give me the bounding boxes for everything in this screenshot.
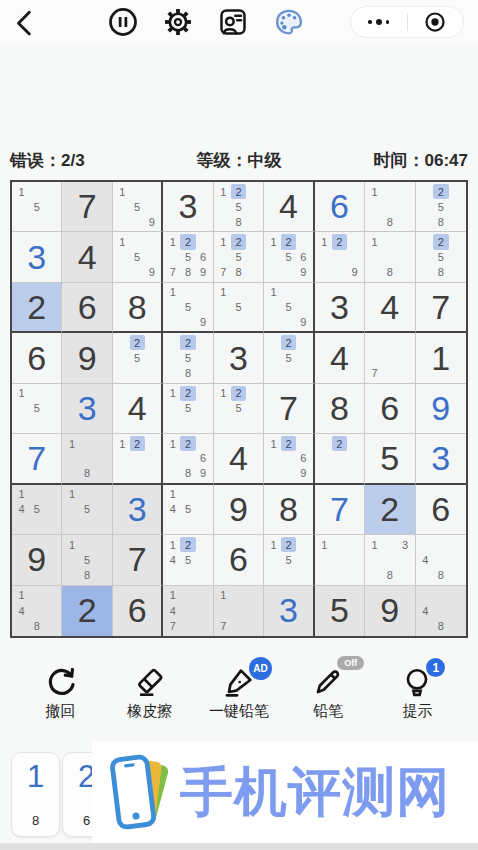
pencil-mark-8: 8 bbox=[433, 265, 448, 280]
given-digit: 3 bbox=[214, 333, 263, 382]
cell-r7c1[interactable]: 145 bbox=[12, 485, 62, 535]
pencil-mark-5: 5 bbox=[130, 199, 145, 214]
pencil-marks: 15 bbox=[64, 487, 109, 532]
pencil-mark-1: 1 bbox=[165, 285, 180, 300]
cell-r6c7[interactable]: 2 bbox=[315, 434, 365, 484]
given-digit: 6 bbox=[62, 283, 111, 331]
cell-r7c8[interactable]: 2 bbox=[365, 485, 415, 535]
given-digit: 1 bbox=[416, 333, 466, 382]
pencil-marks: 48 bbox=[418, 537, 464, 582]
given-digit: 4 bbox=[365, 283, 414, 331]
pencil-mark-5: 5 bbox=[231, 401, 246, 416]
cell-r8c8[interactable]: 138 bbox=[365, 535, 415, 585]
cell-r9c2[interactable]: 2 bbox=[62, 586, 112, 636]
pencil-mark-1: 1 bbox=[216, 184, 231, 199]
cell-r3c9[interactable]: 7 bbox=[416, 283, 466, 333]
given-digit: 6 bbox=[113, 586, 161, 636]
cell-r9c1[interactable]: 148 bbox=[12, 586, 62, 636]
pencil-mark-8: 8 bbox=[382, 265, 397, 280]
pencil-mark-5: 5 bbox=[281, 350, 296, 365]
cell-r8c2[interactable]: 158 bbox=[62, 535, 112, 585]
pencil-marks: 258 bbox=[165, 335, 210, 380]
given-digit: 4 bbox=[214, 434, 263, 482]
top-nav-bar bbox=[0, 0, 478, 46]
given-digit: 4 bbox=[62, 232, 111, 281]
pencil-mark-2: 2 bbox=[281, 335, 296, 350]
pencil-mark-1: 1 bbox=[266, 285, 281, 300]
pencil-mark-2: 2 bbox=[130, 335, 145, 350]
pencil-marks: 25 bbox=[266, 335, 310, 380]
pencil-mark-5: 5 bbox=[29, 199, 44, 214]
errors-status: 错误：2/3 bbox=[10, 149, 163, 172]
cell-r3c4[interactable]: 159 bbox=[163, 283, 213, 333]
cell-r4c1[interactable]: 6 bbox=[12, 333, 62, 383]
hint-count-badge: 1 bbox=[426, 658, 445, 677]
pause-icon bbox=[108, 7, 138, 37]
pencil-mark-2: 2 bbox=[180, 436, 195, 451]
cell-r8c1[interactable]: 9 bbox=[12, 535, 62, 585]
pencil-marks: 1 bbox=[317, 537, 362, 582]
sudoku-board: 1571593125846182583415912567891257812569… bbox=[10, 180, 468, 638]
given-digit: 5 bbox=[365, 434, 414, 482]
pencil-marks: 1256789 bbox=[165, 234, 210, 279]
gear-icon bbox=[163, 7, 193, 37]
pencil-mark-2: 2 bbox=[180, 335, 195, 350]
pencil-mark-4: 4 bbox=[14, 603, 29, 618]
cell-r5c5[interactable]: 125 bbox=[214, 384, 264, 434]
pencil-mark-1: 1 bbox=[367, 184, 382, 199]
cell-r2c8[interactable]: 18 bbox=[365, 232, 415, 282]
cell-r2c5[interactable]: 12578 bbox=[214, 232, 264, 282]
cell-r9c4[interactable]: 147 bbox=[163, 586, 213, 636]
pencil-mark-5: 5 bbox=[231, 300, 246, 315]
given-digit: 6 bbox=[214, 535, 263, 584]
cell-r9c9[interactable]: 48 bbox=[416, 586, 466, 636]
pencil-mark-2: 2 bbox=[281, 436, 296, 451]
given-digit: 4 bbox=[264, 182, 312, 231]
pencil-marks: 15 bbox=[14, 386, 59, 431]
pencil-mark-1: 1 bbox=[216, 386, 231, 401]
pencil-marks: 18 bbox=[64, 436, 109, 480]
pencil-mark-1: 1 bbox=[266, 234, 281, 249]
pencil-icon bbox=[312, 666, 344, 698]
cell-r6c1[interactable]: 7 bbox=[12, 434, 62, 484]
pencil-mark-5: 5 bbox=[180, 552, 195, 567]
pencil-mark-5: 5 bbox=[180, 300, 195, 315]
user-digit: 7 bbox=[315, 485, 364, 534]
pencil-mark-5: 5 bbox=[281, 300, 296, 315]
cell-r3c1[interactable]: 2 bbox=[12, 283, 62, 333]
numpad-button-1[interactable]: 18 bbox=[11, 752, 60, 837]
cell-r3c3[interactable]: 8 bbox=[113, 283, 163, 333]
cell-r5c1[interactable]: 15 bbox=[12, 384, 62, 434]
user-digit: 3 bbox=[264, 586, 312, 636]
cell-r6c8[interactable]: 5 bbox=[365, 434, 415, 484]
pencil-label: 铅笔 bbox=[313, 702, 343, 721]
cell-r4c3[interactable]: 25 bbox=[113, 333, 163, 383]
given-digit: 7 bbox=[113, 535, 161, 584]
undo-label: 撤回 bbox=[46, 702, 76, 721]
cell-r7c9[interactable]: 6 bbox=[416, 485, 466, 535]
pencil-mark-5: 5 bbox=[180, 350, 195, 365]
pencil-mark-8: 8 bbox=[180, 366, 195, 381]
cell-r8c3[interactable]: 7 bbox=[113, 535, 163, 585]
numpad-remaining-count: 6 bbox=[83, 813, 90, 828]
cell-r5c9[interactable]: 9 bbox=[416, 384, 466, 434]
pencil-mark-2: 2 bbox=[180, 234, 195, 249]
close-button[interactable] bbox=[408, 7, 464, 37]
pencil-mark-8: 8 bbox=[80, 567, 95, 582]
pencil-mark-1: 1 bbox=[64, 487, 79, 502]
pencil-mark-7: 7 bbox=[216, 265, 231, 280]
pencil-mark-1: 1 bbox=[14, 184, 29, 199]
cell-r1c6[interactable]: 4 bbox=[264, 182, 314, 232]
given-digit: 6 bbox=[12, 333, 61, 382]
pencil-mark-9: 9 bbox=[296, 466, 311, 481]
pencil-mark-8: 8 bbox=[382, 567, 397, 582]
cell-r3c7[interactable]: 3 bbox=[315, 283, 365, 333]
pencil-marks: 12 bbox=[115, 436, 159, 480]
settings-button[interactable] bbox=[163, 7, 193, 37]
given-digit: 7 bbox=[264, 384, 312, 433]
pencil-mark-1: 1 bbox=[317, 234, 332, 249]
pencil-marks: 159 bbox=[115, 234, 159, 279]
pencil-mark-7: 7 bbox=[216, 619, 231, 634]
pencil-mark-1: 1 bbox=[115, 184, 130, 199]
pencil-mark-2: 2 bbox=[180, 537, 195, 552]
pencil-mark-2: 2 bbox=[130, 436, 145, 451]
pencil-marks: 1245 bbox=[165, 537, 210, 582]
pencil-marks: 18 bbox=[367, 234, 412, 279]
pencil-mark-8: 8 bbox=[382, 214, 397, 229]
pencil-mark-1: 1 bbox=[216, 285, 231, 300]
pencil-mark-9: 9 bbox=[196, 466, 211, 481]
more-dots-icon bbox=[368, 19, 389, 25]
bottom-strip bbox=[0, 843, 478, 850]
pencil-mark-5: 5 bbox=[180, 250, 195, 265]
cell-r8c7[interactable]: 1 bbox=[315, 535, 365, 585]
pencil-marks: 148 bbox=[14, 588, 59, 634]
cell-r1c9[interactable]: 258 bbox=[416, 182, 466, 232]
watermark-text: 手机评测网 bbox=[180, 757, 450, 829]
cell-r3c5[interactable]: 15 bbox=[214, 283, 264, 333]
pencil-mark-2: 2 bbox=[332, 436, 347, 451]
user-digit: 3 bbox=[62, 384, 111, 433]
cell-r1c4[interactable]: 3 bbox=[163, 182, 213, 232]
pencil-marks: 147 bbox=[165, 588, 210, 634]
pencil-marks: 17 bbox=[216, 588, 261, 634]
pencil-mark-1: 1 bbox=[64, 537, 79, 552]
pencil-mark-1: 1 bbox=[115, 234, 130, 249]
pencil-mark-5: 5 bbox=[29, 401, 44, 416]
user-digit: 3 bbox=[12, 232, 61, 281]
cell-r3c2[interactable]: 6 bbox=[62, 283, 112, 333]
pencil-mark-2: 2 bbox=[433, 184, 448, 199]
undo-button[interactable]: 撤回 bbox=[16, 660, 105, 734]
cell-r4c2[interactable]: 9 bbox=[62, 333, 112, 383]
pencil-mark-2: 2 bbox=[231, 386, 246, 401]
pencil-mark-1: 1 bbox=[367, 537, 382, 552]
given-digit: 9 bbox=[365, 586, 414, 636]
pencil-mark-7: 7 bbox=[165, 619, 180, 634]
pencil-mark-5: 5 bbox=[180, 502, 195, 517]
auto-pencil-label: 一键铅笔 bbox=[209, 702, 269, 721]
pencil-marks: 125 bbox=[165, 386, 210, 431]
pencil-mark-5: 5 bbox=[29, 502, 44, 517]
given-digit: 8 bbox=[315, 384, 364, 433]
pencil-mark-1: 1 bbox=[367, 234, 382, 249]
hint-button[interactable]: 1 提示 bbox=[373, 660, 462, 734]
phone-logo-icon bbox=[108, 752, 170, 834]
pencil-mark-1: 1 bbox=[165, 386, 180, 401]
eraser-button[interactable]: 橡皮擦 bbox=[105, 660, 194, 734]
cell-r4c8[interactable]: 7 bbox=[365, 333, 415, 383]
pencil-marks: 25 bbox=[115, 335, 159, 380]
pencil-marks: 1258 bbox=[216, 184, 261, 229]
toolbar: 撤回 橡皮擦 AD 一键铅笔 Off 铅笔 bbox=[0, 660, 478, 734]
pencil-mark-5: 5 bbox=[130, 350, 145, 365]
back-button[interactable] bbox=[12, 8, 38, 38]
pencil-mark-4: 4 bbox=[418, 603, 433, 618]
pencil-marks: 145 bbox=[14, 487, 59, 532]
pencil-marks: 15 bbox=[14, 184, 59, 229]
back-chevron-icon bbox=[12, 8, 38, 38]
cell-r2c7[interactable]: 129 bbox=[315, 232, 365, 282]
level-status: 等级：中级 bbox=[163, 149, 316, 172]
pencil-mark-6: 6 bbox=[196, 250, 211, 265]
given-digit: 7 bbox=[416, 283, 466, 331]
cell-r9c8[interactable]: 9 bbox=[365, 586, 415, 636]
pencil-mark-4: 4 bbox=[418, 552, 433, 567]
cell-r7c6[interactable]: 8 bbox=[264, 485, 314, 535]
pencil-mark-1: 1 bbox=[165, 588, 180, 603]
given-digit: 4 bbox=[315, 333, 364, 382]
pencil-mark-5: 5 bbox=[281, 250, 296, 265]
pencil-mark-8: 8 bbox=[180, 265, 195, 280]
pencil-mark-2: 2 bbox=[281, 537, 296, 552]
cell-r3c8[interactable]: 4 bbox=[365, 283, 415, 333]
cell-r9c3[interactable]: 6 bbox=[113, 586, 163, 636]
pencil-marks: 159 bbox=[165, 285, 210, 329]
given-digit: 2 bbox=[365, 485, 414, 534]
pencil-mark-6: 6 bbox=[296, 451, 311, 466]
cell-r2c2[interactable]: 4 bbox=[62, 232, 112, 282]
cell-r8c4[interactable]: 1245 bbox=[163, 535, 213, 585]
pencil-mark-8: 8 bbox=[433, 214, 448, 229]
pencil-marks: 7 bbox=[367, 335, 412, 380]
pencil-marks: 125 bbox=[266, 537, 310, 582]
cell-r1c3[interactable]: 159 bbox=[113, 182, 163, 232]
pencil-mark-5: 5 bbox=[80, 552, 95, 567]
cell-r3c6[interactable]: 159 bbox=[264, 283, 314, 333]
pencil-marks: 12689 bbox=[165, 436, 210, 480]
user-digit: 6 bbox=[315, 182, 364, 231]
cell-r2c1[interactable]: 3 bbox=[12, 232, 62, 282]
pencil-marks: 129 bbox=[317, 234, 362, 279]
user-digit: 7 bbox=[12, 434, 61, 482]
cell-r4c6[interactable]: 25 bbox=[264, 333, 314, 383]
pencil-marks: 2 bbox=[317, 436, 362, 480]
pencil-mark-3: 3 bbox=[397, 537, 412, 552]
pencil-marks: 159 bbox=[266, 285, 310, 329]
cell-r4c9[interactable]: 1 bbox=[416, 333, 466, 383]
record-circle-icon bbox=[424, 11, 446, 33]
palette-icon bbox=[274, 7, 304, 37]
cell-r4c5[interactable]: 3 bbox=[214, 333, 264, 383]
pencil-mark-9: 9 bbox=[296, 265, 311, 280]
cell-r2c4[interactable]: 1256789 bbox=[163, 232, 213, 282]
cell-r4c4[interactable]: 258 bbox=[163, 333, 213, 383]
cell-r1c1[interactable]: 15 bbox=[12, 182, 62, 232]
pencil-mark-1: 1 bbox=[165, 436, 180, 451]
cell-r2c9[interactable]: 258 bbox=[416, 232, 466, 282]
cell-r6c9[interactable]: 3 bbox=[416, 434, 466, 484]
pencil-mark-2: 2 bbox=[231, 234, 246, 249]
pencil-mark-6: 6 bbox=[296, 250, 311, 265]
pause-button[interactable] bbox=[108, 7, 138, 37]
eraser-icon bbox=[134, 666, 166, 698]
pencil-marks: 1269 bbox=[266, 436, 310, 480]
pencil-mark-5: 5 bbox=[231, 250, 246, 265]
ad-badge: AD bbox=[249, 657, 272, 680]
cell-r1c5[interactable]: 1258 bbox=[214, 182, 264, 232]
cell-r2c6[interactable]: 12569 bbox=[264, 232, 314, 282]
numpad-remaining-count: 8 bbox=[32, 813, 39, 828]
pencil-button[interactable]: Off 铅笔 bbox=[284, 660, 373, 734]
numpad-digit: 1 bbox=[27, 759, 44, 795]
pencil-marks: 258 bbox=[418, 234, 464, 279]
pencil-mark-8: 8 bbox=[433, 567, 448, 582]
cell-r6c4[interactable]: 12689 bbox=[163, 434, 213, 484]
pencil-mark-2: 2 bbox=[281, 234, 296, 249]
cell-r6c2[interactable]: 18 bbox=[62, 434, 112, 484]
pencil-mark-8: 8 bbox=[180, 466, 195, 481]
pencil-mark-9: 9 bbox=[145, 214, 160, 229]
auto-pencil-button[interactable]: AD 一键铅笔 bbox=[194, 660, 283, 734]
cell-r7c5[interactable]: 9 bbox=[214, 485, 264, 535]
pencil-mark-4: 4 bbox=[14, 502, 29, 517]
pencil-mark-2: 2 bbox=[231, 184, 246, 199]
cell-r7c4[interactable]: 145 bbox=[163, 485, 213, 535]
undo-icon bbox=[45, 666, 77, 698]
pencil-marks: 145 bbox=[165, 487, 210, 532]
status-bar: 错误：2/3 等级：中级 时间：06:47 bbox=[0, 146, 478, 174]
given-digit: 3 bbox=[315, 283, 364, 331]
cell-r6c3[interactable]: 12 bbox=[113, 434, 163, 484]
pencil-mark-4: 4 bbox=[165, 552, 180, 567]
given-digit: 5 bbox=[315, 586, 364, 636]
pencil-mark-1: 1 bbox=[115, 436, 130, 451]
cell-r5c6[interactable]: 7 bbox=[264, 384, 314, 434]
pencil-mark-1: 1 bbox=[165, 234, 180, 249]
cell-r2c3[interactable]: 159 bbox=[113, 232, 163, 282]
pencil-mark-1: 1 bbox=[216, 588, 231, 603]
cell-r1c8[interactable]: 18 bbox=[365, 182, 415, 232]
pencil-mark-9: 9 bbox=[296, 315, 311, 330]
pencil-mark-4: 4 bbox=[165, 603, 180, 618]
user-digit: 3 bbox=[113, 485, 161, 534]
pencil-mark-8: 8 bbox=[433, 619, 448, 634]
pencil-mark-5: 5 bbox=[281, 552, 296, 567]
given-digit: 2 bbox=[62, 586, 111, 636]
cell-r9c6[interactable]: 3 bbox=[264, 586, 314, 636]
pencil-mark-8: 8 bbox=[231, 265, 246, 280]
pencil-mark-5: 5 bbox=[180, 401, 195, 416]
cell-r1c7[interactable]: 6 bbox=[315, 182, 365, 232]
pencil-mark-1: 1 bbox=[165, 537, 180, 552]
pencil-mark-1: 1 bbox=[165, 487, 180, 502]
pencil-mark-9: 9 bbox=[145, 265, 160, 280]
pencil-mark-2: 2 bbox=[332, 234, 347, 249]
eraser-label: 橡皮擦 bbox=[127, 702, 172, 721]
cell-r9c7[interactable]: 5 bbox=[315, 586, 365, 636]
user-digit: 3 bbox=[416, 434, 466, 482]
cell-r8c6[interactable]: 125 bbox=[264, 535, 314, 585]
cell-r7c7[interactable]: 7 bbox=[315, 485, 365, 535]
pencil-mark-7: 7 bbox=[165, 265, 180, 280]
time-status: 时间：06:47 bbox=[315, 149, 468, 172]
pencil-marks: 138 bbox=[367, 537, 412, 582]
cell-r5c3[interactable]: 4 bbox=[113, 384, 163, 434]
given-digit: 8 bbox=[113, 283, 161, 331]
pencil-mark-4: 4 bbox=[165, 502, 180, 517]
pencil-mark-8: 8 bbox=[231, 214, 246, 229]
cell-r5c7[interactable]: 8 bbox=[315, 384, 365, 434]
cell-r6c6[interactable]: 1269 bbox=[264, 434, 314, 484]
pencil-marks: 158 bbox=[64, 537, 109, 582]
pencil-mark-5: 5 bbox=[433, 199, 448, 214]
pencil-mark-9: 9 bbox=[196, 265, 211, 280]
pencil-mark-1: 1 bbox=[317, 537, 332, 552]
leaderboard-icon bbox=[218, 7, 248, 37]
pencil-mark-1: 1 bbox=[14, 386, 29, 401]
cell-r4c7[interactable]: 4 bbox=[315, 333, 365, 383]
pencil-mark-9: 9 bbox=[196, 315, 211, 330]
pencil-mark-1: 1 bbox=[14, 588, 29, 603]
pencil-mark-9: 9 bbox=[347, 265, 362, 280]
pencil-marks: 12569 bbox=[266, 234, 310, 279]
cell-r1c2[interactable]: 7 bbox=[62, 182, 112, 232]
pencil-mark-1: 1 bbox=[216, 234, 231, 249]
miniprogram-capsule bbox=[350, 6, 464, 38]
pencil-mark-7: 7 bbox=[367, 366, 382, 381]
theme-button[interactable] bbox=[274, 7, 304, 37]
cell-r7c3[interactable]: 3 bbox=[113, 485, 163, 535]
given-digit: 2 bbox=[12, 283, 61, 331]
leaderboard-button[interactable] bbox=[218, 7, 248, 37]
pencil-marks: 125 bbox=[216, 386, 261, 431]
pencil-mark-5: 5 bbox=[433, 250, 448, 265]
cell-r8c5[interactable]: 6 bbox=[214, 535, 264, 585]
pencil-mark-1: 1 bbox=[266, 537, 281, 552]
cell-r8c9[interactable]: 48 bbox=[416, 535, 466, 585]
cell-r5c8[interactable]: 6 bbox=[365, 384, 415, 434]
pencil-mark-8: 8 bbox=[29, 619, 44, 634]
watermark-overlay: 手机评测网 bbox=[92, 741, 478, 844]
cell-r5c4[interactable]: 125 bbox=[163, 384, 213, 434]
pencil-marks: 258 bbox=[418, 184, 464, 229]
given-digit: 7 bbox=[62, 182, 111, 231]
cell-r7c2[interactable]: 15 bbox=[62, 485, 112, 535]
given-digit: 3 bbox=[163, 182, 212, 231]
more-button[interactable] bbox=[351, 7, 407, 37]
given-digit: 6 bbox=[365, 384, 414, 433]
cell-r9c5[interactable]: 17 bbox=[214, 586, 264, 636]
cell-r6c5[interactable]: 4 bbox=[214, 434, 264, 484]
cell-r5c2[interactable]: 3 bbox=[62, 384, 112, 434]
given-digit: 9 bbox=[214, 485, 263, 534]
pencil-mark-8: 8 bbox=[80, 466, 95, 481]
